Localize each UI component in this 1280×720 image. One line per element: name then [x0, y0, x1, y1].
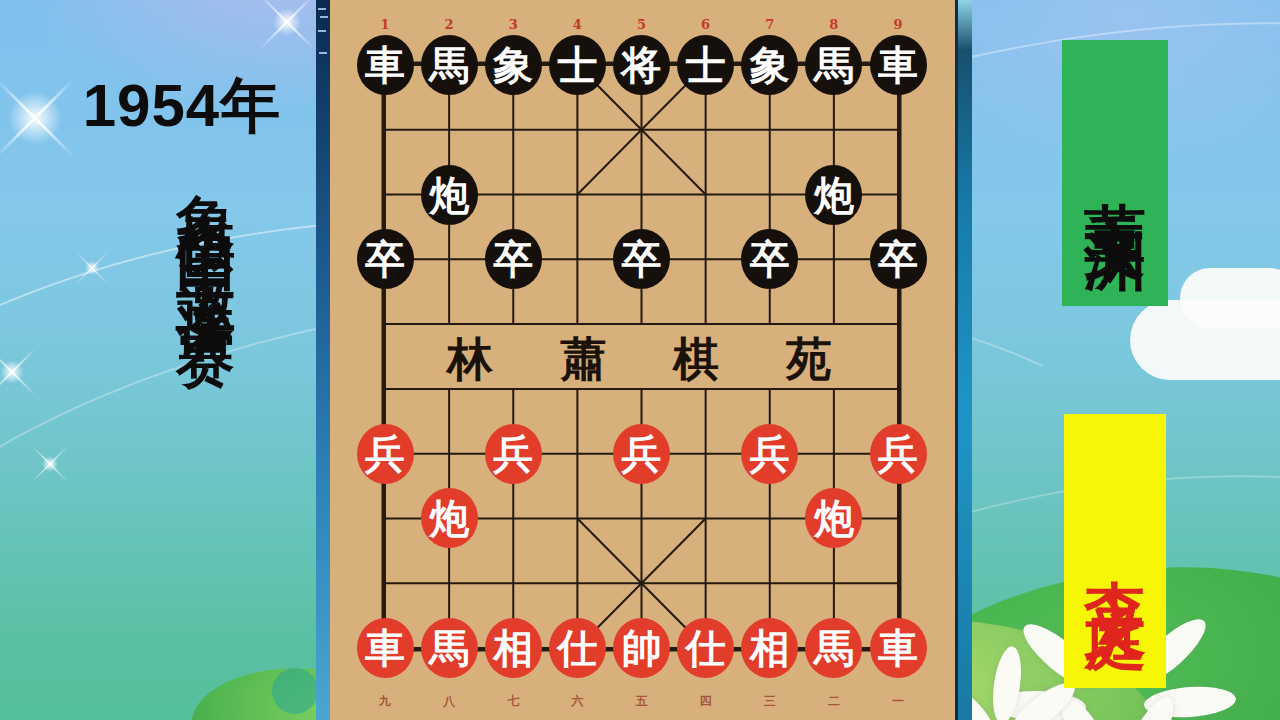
piece-black-f9-r4[interactable]: 卒 — [870, 229, 927, 289]
window-edge-left[interactable] — [316, 0, 330, 720]
piece-red-f8-r10[interactable]: 馬 — [805, 618, 862, 678]
river-watermark-char: 苑 — [786, 329, 832, 391]
file-number-bottom: 三 — [764, 693, 776, 710]
piece-black-f7-r1[interactable]: 象 — [741, 35, 798, 95]
file-number-top: 1 — [380, 17, 389, 32]
cloud — [1180, 268, 1280, 328]
player-name-red: 李义庭 — [1084, 530, 1146, 572]
piece-red-f3-r10[interactable]: 相 — [485, 618, 542, 678]
piece-black-f4-r1[interactable]: 士 — [549, 35, 606, 95]
file-number-top: 6 — [701, 17, 710, 32]
file-number-bottom: 八 — [443, 693, 455, 710]
piece-red-f1-r10[interactable]: 車 — [357, 618, 414, 678]
piece-black-f5-r1[interactable]: 将 — [613, 35, 670, 95]
file-number-bottom: 一 — [892, 693, 904, 710]
piece-black-f8-r1[interactable]: 馬 — [805, 35, 862, 95]
xiangqi-board: 123456789 林蕭棋苑 車馬象士将士象馬車炮炮卒卒卒卒卒兵兵兵兵兵炮炮車馬… — [330, 0, 955, 720]
piece-red-f2-r10[interactable]: 馬 — [421, 618, 478, 678]
piece-black-f6-r1[interactable]: 士 — [677, 35, 734, 95]
piece-red-f7-r7[interactable]: 兵 — [741, 424, 798, 484]
screenshot-root: .spark::before{width:110px;height:3px;}.… — [0, 0, 1280, 720]
piece-black-f7-r4[interactable]: 卒 — [741, 229, 798, 289]
board-grid — [330, 0, 955, 720]
piece-black-f1-r4[interactable]: 卒 — [357, 229, 414, 289]
piece-red-f2-r8[interactable]: 炮 — [421, 488, 478, 548]
piece-black-f8-r3[interactable]: 炮 — [805, 165, 862, 225]
piece-red-f9-r7[interactable]: 兵 — [870, 424, 927, 484]
piece-red-f7-r10[interactable]: 相 — [741, 618, 798, 678]
piece-black-f3-r1[interactable]: 象 — [485, 35, 542, 95]
piece-red-f3-r7[interactable]: 兵 — [485, 424, 542, 484]
file-number-top: 3 — [509, 17, 518, 32]
file-number-top: 9 — [893, 17, 902, 32]
player-name-black: 董文渊 — [1084, 152, 1146, 194]
file-number-top: 8 — [829, 17, 838, 32]
piece-black-f1-r1[interactable]: 車 — [357, 35, 414, 95]
title-year: 1954年 — [62, 66, 302, 147]
title-event: 象棋国手邀请赛 — [176, 146, 235, 300]
player-card-black: 董文渊 — [1062, 40, 1168, 306]
window-edge-right[interactable] — [955, 0, 972, 720]
river-watermark-char: 蕭 — [560, 329, 606, 391]
file-number-bottom: 六 — [571, 693, 583, 710]
piece-red-f5-r7[interactable]: 兵 — [613, 424, 670, 484]
player-card-red: 李义庭 — [1064, 414, 1166, 688]
file-number-top: 4 — [573, 17, 582, 32]
file-number-bottom: 五 — [636, 693, 648, 710]
piece-red-f5-r10[interactable]: 帥 — [613, 618, 670, 678]
piece-black-f2-r1[interactable]: 馬 — [421, 35, 478, 95]
piece-red-f6-r10[interactable]: 仕 — [677, 618, 734, 678]
piece-red-f1-r7[interactable]: 兵 — [357, 424, 414, 484]
teal-bubble — [272, 668, 318, 714]
river-watermark-char: 棋 — [673, 329, 719, 391]
file-number-bottom: 二 — [828, 693, 840, 710]
file-number-top: 7 — [765, 17, 774, 32]
piece-red-f8-r8[interactable]: 炮 — [805, 488, 862, 548]
file-number-bottom: 九 — [379, 693, 391, 710]
piece-black-f2-r3[interactable]: 炮 — [421, 165, 478, 225]
file-number-bottom: 七 — [507, 693, 519, 710]
piece-black-f9-r1[interactable]: 車 — [870, 35, 927, 95]
piece-red-f9-r10[interactable]: 車 — [870, 618, 927, 678]
piece-black-f5-r4[interactable]: 卒 — [613, 229, 670, 289]
file-number-top: 5 — [637, 17, 646, 32]
piece-red-f4-r10[interactable]: 仕 — [549, 618, 606, 678]
piece-black-f3-r4[interactable]: 卒 — [485, 229, 542, 289]
file-number-bottom: 四 — [700, 693, 712, 710]
file-number-top: 2 — [445, 17, 454, 32]
river-watermark-char: 林 — [447, 329, 493, 391]
